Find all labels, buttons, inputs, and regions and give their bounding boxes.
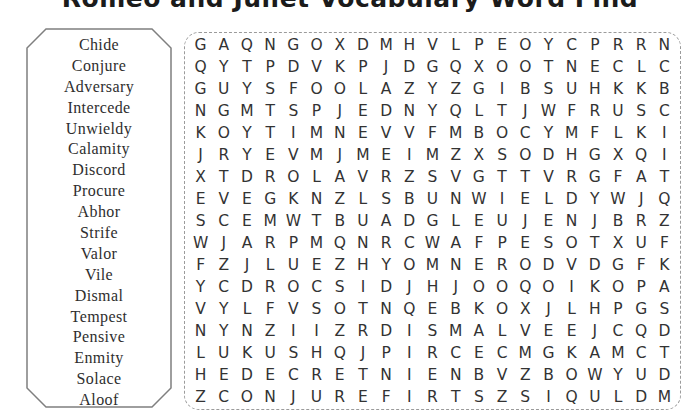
grid-cell: S (282, 100, 305, 122)
grid-cell: T (583, 232, 606, 254)
grid-cell: C (653, 100, 676, 122)
grid-cell: A (467, 320, 490, 342)
grid-cell: I (398, 364, 421, 386)
grid-cell: J (398, 276, 421, 298)
grid-cell: D (235, 276, 258, 298)
letter-grid: GAQNGOXDMHVLPEOYCPRRNQYTPDVKPJDGQXOOTNEC… (184, 32, 681, 410)
grid-cell: U (351, 210, 374, 232)
grid-cell: F (630, 254, 653, 276)
grid-cell: E (467, 210, 490, 232)
grid-cell: B (398, 188, 421, 210)
grid-cell: E (235, 188, 258, 210)
title-clip: Romeo and Juliet Vocabulary Word Find (0, 0, 700, 13)
grid-cell: X (606, 232, 629, 254)
grid-cell: B (328, 210, 351, 232)
grid-cell: N (398, 100, 421, 122)
grid-cell: H (421, 276, 444, 298)
grid-cell: O (560, 364, 583, 386)
word-list-panel: ChideConjureAdversaryIntercedeUnwieldyCa… (26, 28, 172, 408)
grid-cell: H (189, 364, 212, 386)
grid-cell: Z (212, 254, 235, 276)
grid-cell: J (537, 298, 560, 320)
grid-cell: E (328, 364, 351, 386)
grid-cell: T (305, 210, 328, 232)
grid-cell: S (514, 386, 537, 408)
grid-cell: Z (444, 78, 467, 100)
grid-cell: N (444, 254, 467, 276)
grid-cell: C (212, 276, 235, 298)
grid-cell: N (560, 210, 583, 232)
grid-cell: R (305, 364, 328, 386)
grid-cell: O (328, 298, 351, 320)
grid-cell: J (235, 254, 258, 276)
grid-cell: F (259, 298, 282, 320)
grid-cell: J (282, 386, 305, 408)
grid-cell: C (305, 276, 328, 298)
grid-cell: B (514, 78, 537, 100)
grid-cell: V (375, 122, 398, 144)
grid-cell: J (328, 144, 351, 166)
grid-cell: X (514, 298, 537, 320)
grid-cell: M (606, 342, 629, 364)
word-list-item: Adversary (26, 77, 172, 98)
grid-cell: S (328, 276, 351, 298)
grid-cell: L (490, 320, 513, 342)
grid-cell: G (189, 34, 212, 56)
grid-cell: Y (375, 254, 398, 276)
grid-cell: D (537, 144, 560, 166)
word-list-item: Calamity (26, 139, 172, 160)
grid-cell: O (606, 276, 629, 298)
grid-cell: V (444, 166, 467, 188)
grid-cell: F (282, 78, 305, 100)
grid-cell: Q (189, 56, 212, 78)
grid-cell: Q (653, 188, 676, 210)
grid-cell: H (351, 254, 374, 276)
word-list-item: Solace (26, 369, 172, 390)
grid-cell: J (351, 342, 374, 364)
grid-cell: D (375, 100, 398, 122)
grid-cell: O (328, 78, 351, 100)
grid-cell: V (305, 56, 328, 78)
grid-cell: P (282, 232, 305, 254)
grid-cell: L (351, 188, 374, 210)
grid-cell: E (351, 122, 374, 144)
grid-cell: D (398, 56, 421, 78)
grid-cell: O (514, 34, 537, 56)
grid-cell: O (235, 386, 258, 408)
grid-cell: Z (398, 166, 421, 188)
grid-cell: F (583, 122, 606, 144)
grid-cell: V (421, 34, 444, 56)
grid-cell: M (421, 144, 444, 166)
grid-cell: E (189, 188, 212, 210)
grid-cell: R (630, 34, 653, 56)
grid-cell: F (653, 232, 676, 254)
grid-cell: I (398, 342, 421, 364)
grid-cell: T (259, 100, 282, 122)
grid-cell: H (583, 298, 606, 320)
grid-cell: U (282, 254, 305, 276)
grid-cell: I (537, 386, 560, 408)
word-list-item: Valor (26, 244, 172, 265)
grid-cell: T (212, 166, 235, 188)
grid-cell: Y (583, 188, 606, 210)
grid-cell: Y (537, 122, 560, 144)
grid-cell: W (606, 188, 629, 210)
grid-cell: Z (490, 386, 513, 408)
grid-cell: M (235, 100, 258, 122)
grid-cell: L (630, 56, 653, 78)
grid-cell: O (305, 78, 328, 100)
grid-cell: M (653, 386, 676, 408)
grid-cell: A (212, 34, 235, 56)
grid-cell: M (305, 144, 328, 166)
grid-cell: S (537, 232, 560, 254)
word-list-item: Enmity (26, 348, 172, 369)
grid-cell: N (259, 386, 282, 408)
grid-cell: W (189, 232, 212, 254)
grid-cell: O (467, 276, 490, 298)
grid-cell: O (212, 122, 235, 144)
grid-cell: O (305, 34, 328, 56)
grid-cell: M (560, 122, 583, 144)
grid-cell: C (560, 34, 583, 56)
grid-cell: Y (212, 320, 235, 342)
grid-cell: P (375, 342, 398, 364)
grid-cell: U (305, 386, 328, 408)
grid-cell: G (606, 254, 629, 276)
grid-cell: U (212, 342, 235, 364)
grid-cell: L (537, 188, 560, 210)
grid-cell: I (653, 122, 676, 144)
grid-cell: F (189, 254, 212, 276)
grid-cell: S (630, 100, 653, 122)
grid-cell: H (305, 342, 328, 364)
grid-cell: R (630, 210, 653, 232)
grid-cell: C (444, 342, 467, 364)
grid-cell: J (583, 210, 606, 232)
grid-cell: E (514, 232, 537, 254)
grid-cell: L (305, 166, 328, 188)
grid-cell: D (630, 386, 653, 408)
grid-cell: M (351, 144, 374, 166)
grid-cell: I (490, 188, 513, 210)
grid-cell: N (189, 100, 212, 122)
word-list-item: Conjure (26, 56, 172, 77)
grid-cell: J (514, 100, 537, 122)
word-list-item: Abhor (26, 202, 172, 223)
grid-cell: R (560, 166, 583, 188)
grid-cell: N (444, 188, 467, 210)
grid-cell: K (630, 122, 653, 144)
grid-cell: D (375, 320, 398, 342)
word-list-item: Discord (26, 160, 172, 181)
grid-cell: U (490, 210, 513, 232)
grid-cell: R (351, 320, 374, 342)
grid-cell: J (630, 188, 653, 210)
grid-cell: A (328, 166, 351, 188)
grid-cell: T (490, 166, 513, 188)
grid-cell: V (514, 320, 537, 342)
grid-cell: I (305, 320, 328, 342)
grid-cell: X (328, 34, 351, 56)
grid-cell: A (630, 166, 653, 188)
grid-cell: V (189, 298, 212, 320)
grid-cell: O (490, 56, 513, 78)
grid-cell: V (560, 254, 583, 276)
grid-cell: R (212, 144, 235, 166)
grid-cell: Y (235, 144, 258, 166)
grid-cell: O (490, 122, 513, 144)
grid-cell: R (421, 342, 444, 364)
grid-cell: Z (328, 320, 351, 342)
grid-cell: G (282, 34, 305, 56)
grid-cell: E (421, 364, 444, 386)
grid-cell: B (467, 122, 490, 144)
grid-cell: R (259, 166, 282, 188)
grid-cell: S (653, 298, 676, 320)
grid-cell: S (189, 210, 212, 232)
grid-cell: A (375, 210, 398, 232)
grid-cell: O (514, 144, 537, 166)
grid-cell: E (259, 364, 282, 386)
grid-cell: K (467, 298, 490, 320)
grid-cell: Z (444, 144, 467, 166)
grid-cell: O (398, 254, 421, 276)
grid-cell: X (467, 56, 490, 78)
grid-cell: E (467, 254, 490, 276)
grid-cell: Z (328, 188, 351, 210)
grid-cell: T (235, 56, 258, 78)
grid-cell: D (653, 320, 676, 342)
grid-cell: V (351, 166, 374, 188)
grid-cell: A (653, 276, 676, 298)
grid-cell: Y (421, 100, 444, 122)
grid-cell: C (398, 232, 421, 254)
grid-cell: N (560, 56, 583, 78)
grid-cell: N (305, 188, 328, 210)
grid-cell: G (189, 78, 212, 100)
grid-cell: S (421, 166, 444, 188)
grid-cell: P (351, 56, 374, 78)
grid-cell: C (212, 386, 235, 408)
grid-cell: R (259, 232, 282, 254)
grid-cell: Z (259, 320, 282, 342)
grid-cell: T (259, 122, 282, 144)
grid-cell: J (514, 210, 537, 232)
grid-cell: C (606, 56, 629, 78)
grid-cell: Y (235, 78, 258, 100)
grid-cell: R (375, 232, 398, 254)
grid-cell: U (630, 232, 653, 254)
grid-cell: Q (328, 342, 351, 364)
grid-cell: M (375, 34, 398, 56)
grid-cell: A (235, 232, 258, 254)
grid-cell: Q (444, 56, 467, 78)
grid-cell: T (444, 386, 467, 408)
grid-cell: E (421, 298, 444, 320)
grid-cell: O (490, 276, 513, 298)
grid-cell: E (259, 144, 282, 166)
grid-cell: V (398, 122, 421, 144)
word-list: ChideConjureAdversaryIntercedeUnwieldyCa… (26, 28, 172, 408)
grid-cell: B (467, 364, 490, 386)
grid-cell: D (583, 254, 606, 276)
word-list-item: Tempest (26, 307, 172, 328)
grid-cell: K (328, 56, 351, 78)
grid-cell: L (444, 210, 467, 232)
word-list-item: Unwieldy (26, 119, 172, 140)
grid-cell: S (467, 386, 490, 408)
word-list-item: Strife (26, 223, 172, 244)
grid-cell: K (630, 78, 653, 100)
grid-cell: I (653, 144, 676, 166)
grid-cell: Q (630, 320, 653, 342)
grid-cell: N (259, 34, 282, 56)
grid-cell: N (444, 364, 467, 386)
grid-cell: Q (328, 232, 351, 254)
grid-cell: I (282, 122, 305, 144)
grid-cell: H (560, 144, 583, 166)
grid-cell: J (212, 232, 235, 254)
grid-cell: K (235, 342, 258, 364)
word-list-item: Vile (26, 265, 172, 286)
grid-cell: Q (630, 144, 653, 166)
word-search-page: Romeo and Juliet Vocabulary Word Find Ch… (0, 0, 700, 414)
grid-cell: N (328, 122, 351, 144)
grid-cell: P (583, 34, 606, 56)
grid-cell: D (653, 364, 676, 386)
grid-cell: G (537, 342, 560, 364)
grid-cell: E (514, 188, 537, 210)
grid-cell: G (467, 78, 490, 100)
grid-cell: E (351, 386, 374, 408)
grid-cell: F (375, 386, 398, 408)
grid-cell: V (282, 298, 305, 320)
grid-cell: Z (514, 364, 537, 386)
grid-cell: A (375, 78, 398, 100)
grid-cell: N (189, 320, 212, 342)
grid-cell: A (583, 342, 606, 364)
grid-cell: J (444, 276, 467, 298)
grid-cell: M (444, 320, 467, 342)
grid-cell: T (653, 342, 676, 364)
grid-cell: C (490, 342, 513, 364)
grid-cell: C (606, 320, 629, 342)
grid-cell: S (537, 78, 560, 100)
grid-cell: N (375, 364, 398, 386)
grid-cell: P (630, 276, 653, 298)
grid-cell: W (282, 210, 305, 232)
grid-cell: D (375, 276, 398, 298)
grid-cell: E (467, 342, 490, 364)
grid-cell: Q (560, 386, 583, 408)
grid-cell: E (583, 56, 606, 78)
grid-cell: Y (212, 56, 235, 78)
grid-cell: J (189, 144, 212, 166)
grid-cell: L (444, 34, 467, 56)
word-list-item: Aloof (26, 390, 172, 411)
word-list-item: Intercede (26, 98, 172, 119)
grid-cell: E (235, 210, 258, 232)
grid-cell: A (444, 232, 467, 254)
grid-cell: T (351, 298, 374, 320)
word-list-item: Procure (26, 181, 172, 202)
grid-cell: R (583, 100, 606, 122)
grid-cell: Y (421, 78, 444, 100)
grid-cell: J (375, 56, 398, 78)
grid-cell: K (560, 342, 583, 364)
grid-cell: E (537, 210, 560, 232)
letter-grid-cells: GAQNGOXDMHVLPEOYCPRRNQYTPDVKPJDGQXOOTNEC… (189, 34, 676, 408)
grid-cell: L (560, 298, 583, 320)
grid-cell: G (630, 298, 653, 320)
grid-cell: C (653, 56, 676, 78)
grid-cell: F (560, 100, 583, 122)
grid-cell: H (583, 78, 606, 100)
grid-cell: V (212, 188, 235, 210)
grid-cell: Q (235, 34, 258, 56)
grid-cell: M (305, 122, 328, 144)
grid-cell: E (490, 34, 513, 56)
grid-cell: I (398, 144, 421, 166)
grid-cell: E (212, 364, 235, 386)
grid-cell: S (259, 78, 282, 100)
grid-cell: G (421, 210, 444, 232)
grid-cell: Y (537, 34, 560, 56)
grid-cell: S (421, 320, 444, 342)
grid-cell: N (375, 298, 398, 320)
grid-cell: M (444, 122, 467, 144)
grid-cell: Q (398, 298, 421, 320)
grid-cell: L (259, 254, 282, 276)
grid-cell: K (583, 276, 606, 298)
grid-cell: M (514, 342, 537, 364)
grid-cell: P (606, 298, 629, 320)
grid-cell: I (282, 320, 305, 342)
grid-cell: G (467, 166, 490, 188)
grid-cell: O (514, 56, 537, 78)
grid-cell: G (421, 56, 444, 78)
grid-cell: U (212, 78, 235, 100)
grid-cell: R (328, 386, 351, 408)
grid-cell: T (537, 56, 560, 78)
grid-cell: F (467, 232, 490, 254)
word-list-item: Chide (26, 35, 172, 56)
grid-cell: W (537, 100, 560, 122)
grid-cell: L (606, 122, 629, 144)
puzzle-title: Romeo and Juliet Vocabulary Word Find (0, 0, 700, 13)
word-list-item: Dismal (26, 286, 172, 307)
grid-cell: L (351, 78, 374, 100)
grid-cell: D (560, 188, 583, 210)
grid-cell: O (514, 254, 537, 276)
grid-cell: E (351, 100, 374, 122)
grid-cell: Y (189, 276, 212, 298)
grid-cell: C (212, 210, 235, 232)
grid-cell: K (282, 188, 305, 210)
grid-cell: D (351, 34, 374, 56)
grid-cell: C (630, 342, 653, 364)
grid-cell: D (235, 364, 258, 386)
grid-cell: Y (235, 122, 258, 144)
grid-cell: K (606, 78, 629, 100)
grid-cell: T (490, 100, 513, 122)
grid-cell: P (490, 232, 513, 254)
grid-cell: G (583, 144, 606, 166)
grid-cell: G (259, 188, 282, 210)
